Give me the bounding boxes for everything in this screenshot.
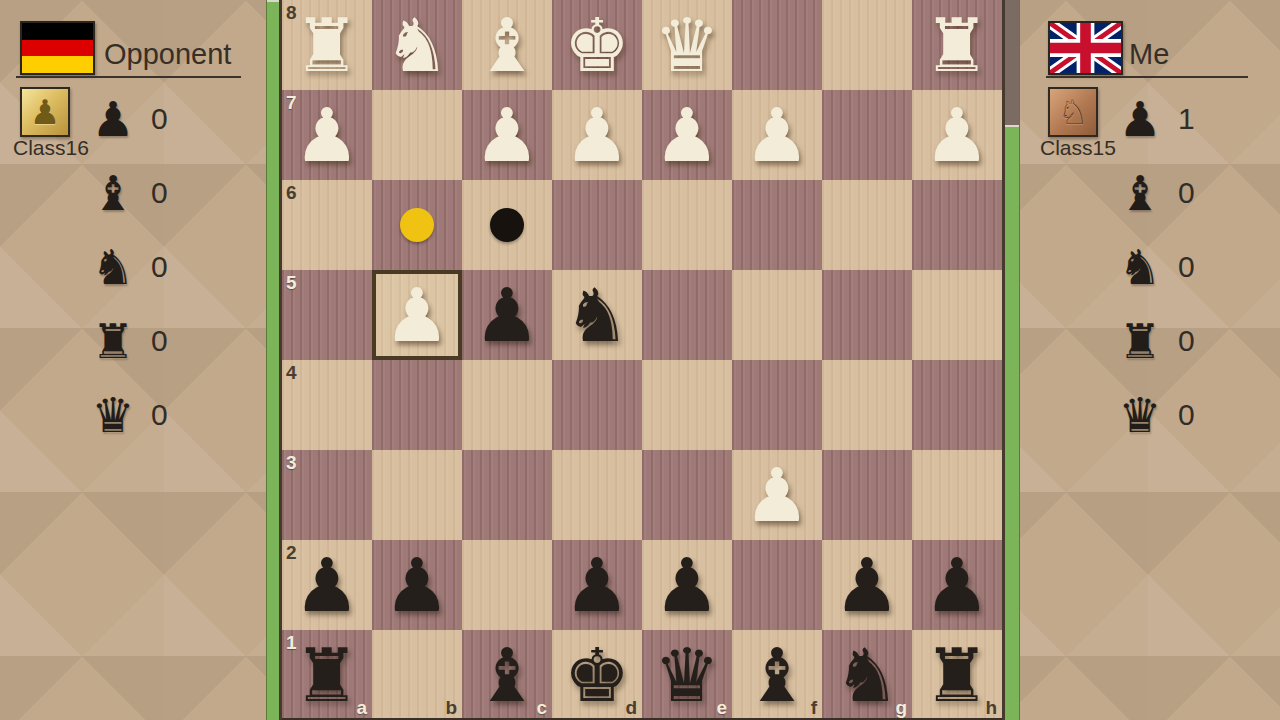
rank-coordinate-1: 1 (286, 633, 297, 652)
square-e1[interactable]: e♛ (642, 630, 732, 720)
knight-badge-icon: ♘ (1058, 95, 1088, 129)
rook-icon: ♜ (1115, 317, 1165, 365)
rank-coordinate-6: 6 (286, 183, 297, 202)
file-coordinate-h: h (985, 698, 997, 717)
rank-coordinate-7: 7 (286, 93, 297, 112)
chess-game-screen: Opponent ♟ Class16 ♟0♝0♞0♜0♛0 8♜♞♝♚♛♜7♟♟… (0, 0, 1280, 720)
queen-icon: ♛ (88, 391, 138, 439)
square-c6[interactable] (462, 180, 552, 270)
black-rook-h1[interactable]: ♜ (924, 630, 990, 720)
me-name: Me (1129, 38, 1169, 71)
square-f3[interactable]: ♟ (732, 450, 822, 540)
me-captured-pawn-row: ♟1 (1115, 82, 1195, 156)
square-d7[interactable]: ♟ (552, 90, 642, 180)
rank-coordinate-5: 5 (286, 273, 297, 292)
rank-coordinate-3: 3 (286, 453, 297, 472)
opponent-panel: Opponent ♟ Class16 ♟0♝0♞0♜0♛0 (0, 0, 266, 720)
square-g1[interactable]: g♞ (822, 630, 912, 720)
opponent-captured-queen-count: 0 (151, 398, 168, 432)
file-coordinate-b: b (445, 698, 457, 717)
square-a3[interactable]: 3 (282, 450, 372, 540)
square-h1[interactable]: h♜ (912, 630, 1002, 720)
knight-icon: ♞ (88, 243, 138, 291)
square-f8[interactable] (732, 0, 822, 90)
square-f5[interactable] (732, 270, 822, 360)
square-c2[interactable] (462, 540, 552, 630)
me-time-used (1005, 0, 1019, 127)
white-pawn-f7[interactable]: ♟ (744, 90, 810, 180)
white-rook-h8[interactable]: ♜ (924, 0, 990, 90)
square-a7[interactable]: 7♟ (282, 90, 372, 180)
black-pawn-g2[interactable]: ♟ (834, 540, 900, 630)
bishop-icon: ♝ (1115, 169, 1165, 217)
square-g6[interactable] (822, 180, 912, 270)
square-g7[interactable] (822, 90, 912, 180)
square-d4[interactable] (552, 360, 642, 450)
square-a6[interactable]: 6 (282, 180, 372, 270)
square-a4[interactable]: 4 (282, 360, 372, 450)
square-c5[interactable]: ♟ (462, 270, 552, 360)
white-king-d8[interactable]: ♚ (564, 0, 630, 90)
square-d2[interactable]: ♟ (552, 540, 642, 630)
opponent-captured-knight-row: ♞0 (88, 230, 168, 304)
square-h8[interactable]: ♜ (912, 0, 1002, 90)
rank-coordinate-2: 2 (286, 543, 297, 562)
opponent-name: Opponent (104, 38, 231, 71)
black-bishop-c1[interactable]: ♝ (474, 630, 540, 720)
square-b5[interactable]: ♟ (372, 270, 462, 360)
white-queen-e8[interactable]: ♛ (654, 0, 720, 90)
file-coordinate-g: g (895, 698, 907, 717)
opponent-captured-queen-row: ♛0 (88, 378, 168, 452)
me-time-bar (1005, 0, 1020, 720)
square-b6[interactable] (372, 180, 462, 270)
white-pawn-c7[interactable]: ♟ (474, 90, 540, 180)
file-coordinate-a: a (356, 698, 367, 717)
me-captured-rook-count: 0 (1178, 324, 1195, 358)
square-a8[interactable]: 8♜ (282, 0, 372, 90)
opponent-captured-knight-count: 0 (151, 250, 168, 284)
white-pawn-h7[interactable]: ♟ (924, 90, 990, 180)
white-pawn-b5[interactable]: ♟ (384, 270, 450, 360)
germany-flag-icon (20, 21, 95, 75)
square-g8[interactable] (822, 0, 912, 90)
pawn-icon: ♟ (88, 95, 138, 143)
opponent-captured-list: ♟0♝0♞0♜0♛0 (88, 82, 168, 452)
united-kingdom-flag-icon (1048, 21, 1123, 75)
square-g5[interactable] (822, 270, 912, 360)
square-d1[interactable]: d♚ (552, 630, 642, 720)
square-h7[interactable]: ♟ (912, 90, 1002, 180)
opponent-captured-pawn-row: ♟0 (88, 82, 168, 156)
square-c7[interactable]: ♟ (462, 90, 552, 180)
opponent-captured-bishop-row: ♝0 (88, 156, 168, 230)
black-pawn-d2[interactable]: ♟ (564, 540, 630, 630)
black-pawn-c5[interactable]: ♟ (474, 270, 540, 360)
square-g2[interactable]: ♟ (822, 540, 912, 630)
me-captured-list: ♟1♝0♞0♜0♛0 (1115, 82, 1195, 452)
black-rook-a1[interactable]: ♜ (294, 630, 360, 720)
black-bishop-f1[interactable]: ♝ (744, 630, 810, 720)
square-a2[interactable]: 2♟ (282, 540, 372, 630)
square-b8[interactable]: ♞ (372, 0, 462, 90)
square-h4[interactable] (912, 360, 1002, 450)
square-h2[interactable]: ♟ (912, 540, 1002, 630)
opponent-captured-rook-row: ♜0 (88, 304, 168, 378)
knight-icon: ♞ (1115, 243, 1165, 291)
white-rook-a8[interactable]: ♜ (294, 0, 360, 90)
pawn-icon: ♟ (1115, 95, 1165, 143)
opponent-time-bar (266, 0, 280, 720)
rank-coordinate-8: 8 (286, 3, 297, 22)
opponent-captured-rook-count: 0 (151, 324, 168, 358)
white-pawn-f3[interactable]: ♟ (744, 450, 810, 540)
me-captured-knight-row: ♞0 (1115, 230, 1195, 304)
square-b2[interactable]: ♟ (372, 540, 462, 630)
me-captured-knight-count: 0 (1178, 250, 1195, 284)
rank-coordinate-4: 4 (286, 363, 297, 382)
square-b4[interactable] (372, 360, 462, 450)
me-divider (1046, 76, 1248, 78)
white-bishop-c8[interactable]: ♝ (474, 0, 540, 90)
square-b1[interactable]: b (372, 630, 462, 720)
square-f4[interactable] (732, 360, 822, 450)
queen-icon: ♛ (1115, 391, 1165, 439)
square-f6[interactable] (732, 180, 822, 270)
opponent-class-label: Class16 (13, 136, 89, 160)
square-f1[interactable]: f♝ (732, 630, 822, 720)
me-panel: Me ♘ Class15 ♟1♝0♞0♜0♛0 (1019, 0, 1280, 720)
square-d5[interactable]: ♞ (552, 270, 642, 360)
square-c1[interactable]: c♝ (462, 630, 552, 720)
square-e4[interactable] (642, 360, 732, 450)
pawn-badge-icon: ♟ (30, 95, 60, 129)
white-pawn-e7[interactable]: ♟ (654, 90, 720, 180)
square-e7[interactable]: ♟ (642, 90, 732, 180)
me-captured-rook-row: ♜0 (1115, 304, 1195, 378)
file-coordinate-d: d (625, 698, 637, 717)
square-e5[interactable] (642, 270, 732, 360)
chess-board: 8♜♞♝♚♛♜7♟♟♟♟♟♟65♟♟♞43♟2♟♟♟♟♟♟1a♜bc♝d♚e♛f… (282, 0, 1002, 720)
square-c4[interactable] (462, 360, 552, 450)
opponent-captured-pawn-count: 0 (151, 102, 168, 136)
black-knight-g1[interactable]: ♞ (834, 630, 900, 720)
square-e8[interactable]: ♛ (642, 0, 732, 90)
white-knight-b8[interactable]: ♞ (384, 0, 450, 90)
black-king-d1[interactable]: ♚ (564, 630, 630, 720)
square-a5[interactable]: 5 (282, 270, 372, 360)
rook-icon: ♜ (88, 317, 138, 365)
yellow-dot[interactable] (400, 208, 434, 242)
black-dot[interactable] (490, 208, 524, 242)
square-c3[interactable] (462, 450, 552, 540)
white-pawn-d7[interactable]: ♟ (564, 90, 630, 180)
square-h3[interactable] (912, 450, 1002, 540)
me-captured-queen-row: ♛0 (1115, 378, 1195, 452)
square-a1[interactable]: 1a♜ (282, 630, 372, 720)
black-pawn-e2[interactable]: ♟ (654, 540, 720, 630)
file-coordinate-e: e (716, 698, 727, 717)
square-g4[interactable] (822, 360, 912, 450)
me-captured-bishop-row: ♝0 (1115, 156, 1195, 230)
square-h5[interactable] (912, 270, 1002, 360)
black-pawn-h2[interactable]: ♟ (924, 540, 990, 630)
square-d3[interactable] (552, 450, 642, 540)
black-knight-d5[interactable]: ♞ (564, 270, 630, 360)
square-f2[interactable] (732, 540, 822, 630)
me-captured-pawn-count: 1 (1178, 102, 1195, 136)
me-class-label: Class15 (1040, 136, 1116, 160)
opponent-divider (16, 76, 241, 78)
square-d8[interactable]: ♚ (552, 0, 642, 90)
square-b7[interactable] (372, 90, 462, 180)
black-queen-e1[interactable]: ♛ (654, 630, 720, 720)
square-e3[interactable] (642, 450, 732, 540)
square-e2[interactable]: ♟ (642, 540, 732, 630)
white-pawn-a7[interactable]: ♟ (294, 90, 360, 180)
board-frame: 8♜♞♝♚♛♜7♟♟♟♟♟♟65♟♟♞43♟2♟♟♟♟♟♟1a♜bc♝d♚e♛f… (279, 0, 1005, 720)
opponent-class-badge: ♟ (20, 87, 70, 137)
me-captured-bishop-count: 0 (1178, 176, 1195, 210)
square-f7[interactable]: ♟ (732, 90, 822, 180)
me-class-badge: ♘ (1048, 87, 1098, 137)
black-pawn-a2[interactable]: ♟ (294, 540, 360, 630)
square-d6[interactable] (552, 180, 642, 270)
square-e6[interactable] (642, 180, 732, 270)
square-g3[interactable] (822, 450, 912, 540)
black-pawn-b2[interactable]: ♟ (384, 540, 450, 630)
file-coordinate-f: f (811, 698, 817, 717)
me-captured-queen-count: 0 (1178, 398, 1195, 432)
square-h6[interactable] (912, 180, 1002, 270)
bishop-icon: ♝ (88, 169, 138, 217)
file-coordinate-c: c (536, 698, 547, 717)
square-c8[interactable]: ♝ (462, 0, 552, 90)
opponent-captured-bishop-count: 0 (151, 176, 168, 210)
square-b3[interactable] (372, 450, 462, 540)
